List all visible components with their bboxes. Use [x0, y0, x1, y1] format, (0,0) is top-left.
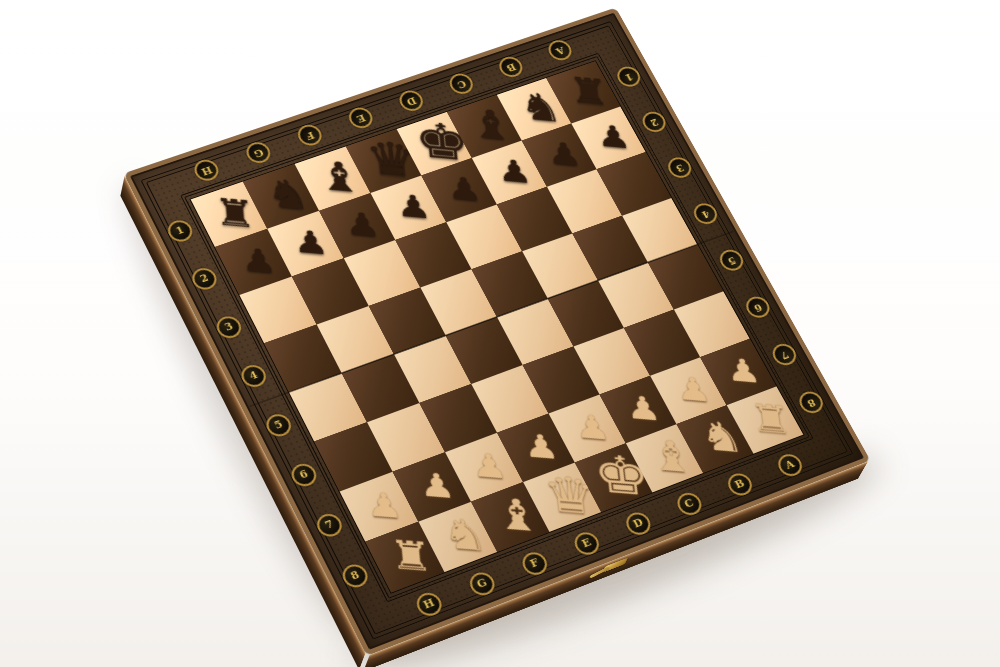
- white-pawn[interactable]: ♟: [627, 384, 663, 424]
- white-pawn[interactable]: ♟: [727, 347, 763, 387]
- white-pawn[interactable]: ♟: [677, 365, 713, 405]
- black-pawn[interactable]: ♟: [598, 113, 633, 152]
- clasp-hook-icon: [590, 566, 609, 578]
- white-king[interactable]: ♚: [596, 437, 654, 502]
- white-pawn[interactable]: ♟: [473, 442, 510, 483]
- white-knight[interactable]: ♞: [701, 408, 746, 458]
- black-pawn[interactable]: ♟: [242, 236, 278, 276]
- white-pawn[interactable]: ♟: [367, 481, 404, 522]
- black-pawn[interactable]: ♟: [548, 130, 583, 169]
- chess-box: ♜♞♝♛♚♝♞♜♟♟♟♟♟♟♟♟♟♟♟♟♟♟♟♟♜♞♝♛♚♝♞♜ HH11GG2…: [123, 7, 870, 656]
- product-photo-scene: ♜♞♝♛♚♝♞♜♟♟♟♟♟♟♟♟♟♟♟♟♟♟♟♟♜♞♝♛♚♝♞♜ HH11GG2…: [0, 0, 1000, 667]
- perspective-container: ♜♞♝♛♚♝♞♜♟♟♟♟♟♟♟♟♟♟♟♟♟♟♟♟♜♞♝♛♚♝♞♜ HH11GG2…: [131, 0, 862, 667]
- white-pawn[interactable]: ♟: [576, 403, 612, 443]
- white-bishop[interactable]: ♝: [495, 484, 543, 537]
